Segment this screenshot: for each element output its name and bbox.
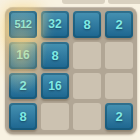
tile-8: 8 — [9, 103, 37, 130]
tile-2: 2 — [105, 11, 133, 38]
tile-16: 16 — [9, 42, 37, 69]
board-2048[interactable]: 512328216821682 — [5, 7, 137, 134]
empty-cell — [73, 42, 101, 69]
tile-value: 8 — [19, 110, 26, 123]
tile-8: 8 — [41, 42, 69, 69]
top-bar-box-right — [108, 0, 140, 4]
tile-value: 512 — [15, 19, 32, 30]
tile-value: 32 — [48, 18, 61, 30]
tile-value: 2 — [115, 18, 122, 31]
tile-16: 16 — [41, 73, 69, 100]
empty-cell — [73, 103, 101, 130]
tile-2: 2 — [105, 103, 133, 130]
empty-cell — [105, 42, 133, 69]
tile-2: 2 — [9, 73, 37, 100]
tile-value: 2 — [19, 79, 26, 92]
tile-value: 8 — [51, 49, 58, 62]
tile-value: 16 — [48, 80, 61, 92]
empty-cell — [105, 73, 133, 100]
tile-32: 32 — [41, 11, 69, 38]
tile-8: 8 — [73, 11, 101, 38]
tile-value: 16 — [16, 49, 29, 61]
tile-value: 2 — [115, 110, 122, 123]
empty-cell — [73, 73, 101, 100]
empty-cell — [41, 103, 69, 130]
tile-512: 512 — [9, 11, 37, 38]
tile-value: 8 — [83, 18, 90, 31]
top-bar-box-left — [62, 0, 105, 4]
